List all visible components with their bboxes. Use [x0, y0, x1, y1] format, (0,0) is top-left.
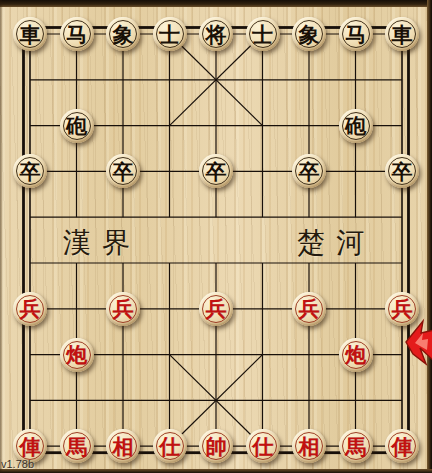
- piece-glyph: 卒: [206, 161, 227, 182]
- piece-red-general[interactable]: 帥: [199, 429, 233, 463]
- piece-red-soldier[interactable]: 兵: [199, 292, 233, 326]
- piece-glyph: 車: [392, 24, 413, 45]
- river-label-left: 漢界: [63, 224, 141, 262]
- piece-glyph: 兵: [20, 298, 41, 319]
- piece-glyph: 士: [159, 24, 180, 45]
- piece-black-elephant[interactable]: 象: [106, 17, 140, 51]
- piece-glyph: 仕: [252, 436, 273, 457]
- piece-glyph: 卒: [113, 161, 134, 182]
- piece-red-soldier[interactable]: 兵: [292, 292, 326, 326]
- piece-glyph: 兵: [113, 298, 134, 319]
- piece-glyph: 士: [252, 24, 273, 45]
- piece-glyph: 仕: [159, 436, 180, 457]
- piece-glyph: 帥: [206, 436, 227, 457]
- piece-red-cannon[interactable]: 炮: [339, 338, 373, 372]
- piece-red-horse[interactable]: 馬: [60, 429, 94, 463]
- piece-glyph: 将: [206, 24, 227, 45]
- red-arrow-cursor: [403, 316, 432, 368]
- board-edge-right: [427, 0, 432, 473]
- piece-glyph: 砲: [345, 115, 366, 136]
- piece-black-chariot[interactable]: 車: [385, 17, 419, 51]
- piece-red-horse[interactable]: 馬: [339, 429, 373, 463]
- piece-black-horse[interactable]: 马: [339, 17, 373, 51]
- piece-glyph: 马: [345, 24, 366, 45]
- piece-glyph: 俥: [392, 436, 413, 457]
- piece-glyph: 卒: [20, 161, 41, 182]
- piece-black-elephant[interactable]: 象: [292, 17, 326, 51]
- board-edge-left: [0, 0, 3, 473]
- piece-red-advisor[interactable]: 仕: [153, 429, 187, 463]
- piece-glyph: 兵: [299, 298, 320, 319]
- piece-glyph: 相: [299, 436, 320, 457]
- piece-black-advisor[interactable]: 士: [246, 17, 280, 51]
- piece-glyph: 兵: [206, 298, 227, 319]
- piece-glyph: 炮: [66, 344, 87, 365]
- piece-glyph: 砲: [66, 115, 87, 136]
- river-label-right: 楚河: [297, 224, 375, 262]
- piece-red-advisor[interactable]: 仕: [246, 429, 280, 463]
- piece-red-soldier[interactable]: 兵: [13, 292, 47, 326]
- piece-red-chariot[interactable]: 俥: [385, 429, 419, 463]
- piece-glyph: 馬: [345, 436, 366, 457]
- piece-red-cannon[interactable]: 炮: [60, 338, 94, 372]
- xiangqi-board: 漢界 楚河 車马象士将士象马車砲砲卒卒卒卒卒兵兵兵兵兵炮炮俥馬相仕帥仕相馬俥 v…: [0, 0, 432, 473]
- piece-glyph: 相: [113, 436, 134, 457]
- piece-red-elephant[interactable]: 相: [292, 429, 326, 463]
- piece-glyph: 马: [66, 24, 87, 45]
- piece-black-cannon[interactable]: 砲: [60, 109, 94, 143]
- piece-glyph: 車: [20, 24, 41, 45]
- piece-glyph: 炮: [345, 344, 366, 365]
- piece-glyph: 馬: [66, 436, 87, 457]
- piece-red-elephant[interactable]: 相: [106, 429, 140, 463]
- board-edge-top: [0, 0, 432, 7]
- piece-glyph: 象: [299, 24, 320, 45]
- board-edge-bottom: [0, 469, 432, 473]
- piece-black-chariot[interactable]: 車: [13, 17, 47, 51]
- piece-black-horse[interactable]: 马: [60, 17, 94, 51]
- piece-black-advisor[interactable]: 士: [153, 17, 187, 51]
- piece-black-general[interactable]: 将: [199, 17, 233, 51]
- piece-glyph: 象: [113, 24, 134, 45]
- version-label: v1.78b: [1, 458, 34, 470]
- piece-black-cannon[interactable]: 砲: [339, 109, 373, 143]
- piece-red-soldier[interactable]: 兵: [106, 292, 140, 326]
- piece-glyph: 卒: [392, 161, 413, 182]
- piece-glyph: 俥: [20, 436, 41, 457]
- piece-glyph: 卒: [299, 161, 320, 182]
